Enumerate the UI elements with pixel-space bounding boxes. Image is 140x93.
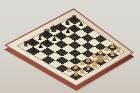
chess-set-photo: ♜♞♝♛♚♝♞♜♟♟♟♟♟♟♟♟♟♟♟♟♟♟♟♟♜♞♝♛♚♝♞♜ [0, 0, 140, 93]
